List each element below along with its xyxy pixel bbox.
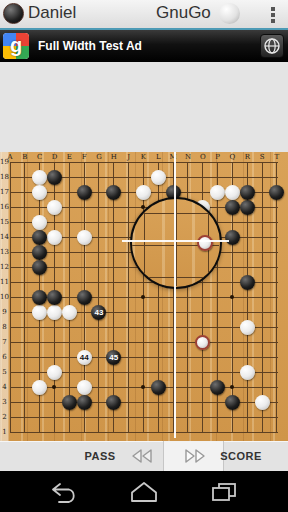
stone-white-S3 <box>255 395 270 410</box>
row-label-11: 11 <box>0 278 9 286</box>
stone-black-F3 <box>77 395 92 410</box>
stone-white-C15 <box>32 215 47 230</box>
white-player-name: GnuGo <box>156 3 211 23</box>
star-point-K10 <box>141 295 145 299</box>
col-label-S: S <box>258 153 266 161</box>
stone-black-G9: 43 <box>91 305 106 320</box>
grid-line-v <box>262 162 263 433</box>
stone-black-T17 <box>269 185 284 200</box>
row-label-5: 5 <box>0 368 9 376</box>
stone-black-F17 <box>77 185 92 200</box>
stone-white-C17 <box>32 185 47 200</box>
stone-black-P4 <box>210 380 225 395</box>
stone-white-P17 <box>210 185 225 200</box>
grid-line-v <box>113 162 114 433</box>
score-button[interactable]: SCORE <box>211 450 271 462</box>
ad-title: Full Width Test Ad <box>38 39 142 53</box>
grid-line-h <box>10 432 278 433</box>
row-label-15: 15 <box>0 218 9 226</box>
row-label-19: 19 <box>0 158 9 166</box>
touch-crosshair-h <box>122 240 229 242</box>
stone-white-D5 <box>47 365 62 380</box>
stone-black-R11 <box>240 275 255 290</box>
stone-black-Q14 <box>225 230 240 245</box>
stone-white-F4 <box>77 380 92 395</box>
star-point-D4 <box>52 385 56 389</box>
col-label-G: G <box>95 153 103 161</box>
rewind-button[interactable] <box>131 448 153 464</box>
row-label-17: 17 <box>0 188 9 196</box>
stone-black-R16 <box>240 200 255 215</box>
col-label-J: J <box>125 153 133 161</box>
stone-black-L4 <box>151 380 166 395</box>
stone-black-F10 <box>77 290 92 305</box>
col-label-T: T <box>273 153 281 161</box>
title-bar: Daniel GnuGo <box>0 0 288 30</box>
stone-black-D18 <box>47 170 62 185</box>
home-icon[interactable] <box>128 481 160 503</box>
stone-white-L18 <box>151 170 166 185</box>
row-label-13: 13 <box>0 248 9 256</box>
pass-button[interactable]: PASS <box>70 450 130 462</box>
stone-black-H6: 45 <box>106 350 121 365</box>
stone-white-D14 <box>47 230 62 245</box>
grid-line-h <box>10 417 278 418</box>
col-label-E: E <box>65 153 73 161</box>
grid-line-h <box>10 327 278 328</box>
grid-line-v <box>98 162 99 433</box>
back-icon[interactable] <box>48 481 80 503</box>
col-label-B: B <box>21 153 29 161</box>
row-label-18: 18 <box>0 173 9 181</box>
stone-black-H17 <box>106 185 121 200</box>
row-label-6: 6 <box>0 353 9 361</box>
preview-stone-N14 <box>197 235 213 251</box>
go-board[interactable]: ABCDEFGHJKLMNOPQRST191817161514131211109… <box>0 152 288 441</box>
row-label-2: 2 <box>0 413 9 421</box>
phone-screen: Daniel GnuGo g Full Width Test Ad ABCDEF… <box>0 0 288 512</box>
stone-black-Q16 <box>225 200 240 215</box>
stone-black-H3 <box>106 395 121 410</box>
magnified-grid-line <box>132 277 219 279</box>
grid-line-v <box>128 162 129 433</box>
star-point-K4 <box>141 385 145 389</box>
row-label-14: 14 <box>0 233 9 241</box>
magnifier-circle <box>130 197 222 289</box>
fast-forward-button[interactable] <box>184 448 206 464</box>
grid-line-v <box>24 162 25 433</box>
col-label-N: N <box>184 153 192 161</box>
col-label-F: F <box>80 153 88 161</box>
globe-icon <box>261 35 283 57</box>
grid-line-v <box>69 162 70 433</box>
star-point-Q10 <box>230 295 234 299</box>
row-label-9: 9 <box>0 308 9 316</box>
stone-white-K17 <box>136 185 151 200</box>
overflow-menu-icon[interactable] <box>271 7 275 25</box>
grid-line-h <box>10 342 278 343</box>
stone-white-R5 <box>240 365 255 380</box>
col-label-K: K <box>139 153 147 161</box>
col-label-R: R <box>243 153 251 161</box>
ad-banner[interactable]: g Full Width Test Ad <box>0 30 288 62</box>
row-label-1: 1 <box>0 428 9 436</box>
row-label-10: 10 <box>0 293 9 301</box>
grid-line-v <box>10 162 11 433</box>
col-label-O: O <box>199 153 207 161</box>
touch-crosshair-v <box>174 152 176 438</box>
col-label-C: C <box>36 153 44 161</box>
col-label-D: D <box>50 153 58 161</box>
grid-line-h <box>10 357 278 358</box>
grid-line-h <box>10 282 278 283</box>
col-label-L: L <box>154 153 162 161</box>
col-label-H: H <box>110 153 118 161</box>
magnified-grid-line <box>132 213 219 215</box>
android-nav-bar <box>0 471 288 512</box>
grid-line-v <box>276 162 277 433</box>
col-label-P: P <box>214 153 222 161</box>
stone-white-C9 <box>32 305 47 320</box>
stone-white-F6: 44 <box>77 350 92 365</box>
stone-white-D9 <box>47 305 62 320</box>
game-button-bar: PASS SCORE <box>0 441 288 471</box>
stone-black-C13 <box>32 245 47 260</box>
stone-black-E3 <box>62 395 77 410</box>
white-player-stone-icon <box>219 3 240 24</box>
stone-white-D16 <box>47 200 62 215</box>
row-label-12: 12 <box>0 263 9 271</box>
black-player-name: Daniel <box>28 3 76 23</box>
stone-white-Q17 <box>225 185 240 200</box>
stone-black-Q3 <box>225 395 240 410</box>
row-label-7: 7 <box>0 338 9 346</box>
row-label-3: 3 <box>0 398 9 406</box>
stone-white-E9 <box>62 305 77 320</box>
stone-white-C18 <box>32 170 47 185</box>
star-point-Q4 <box>230 385 234 389</box>
grid-line-h <box>10 162 278 163</box>
black-player-stone-icon <box>3 3 24 24</box>
stone-white-C4 <box>32 380 47 395</box>
stone-black-D10 <box>47 290 62 305</box>
stone-white-O7 <box>195 335 210 350</box>
stone-black-C14 <box>32 230 47 245</box>
google-logo-icon: g <box>3 33 29 59</box>
stone-black-C10 <box>32 290 47 305</box>
recents-icon[interactable] <box>208 481 240 503</box>
stone-black-R17 <box>240 185 255 200</box>
stone-white-R8 <box>240 320 255 335</box>
stone-white-F14 <box>77 230 92 245</box>
row-label-8: 8 <box>0 323 9 331</box>
col-label-Q: Q <box>228 153 236 161</box>
ad-globe-button[interactable] <box>260 34 284 58</box>
row-label-16: 16 <box>0 203 9 211</box>
row-label-4: 4 <box>0 383 9 391</box>
stone-black-C12 <box>32 260 47 275</box>
